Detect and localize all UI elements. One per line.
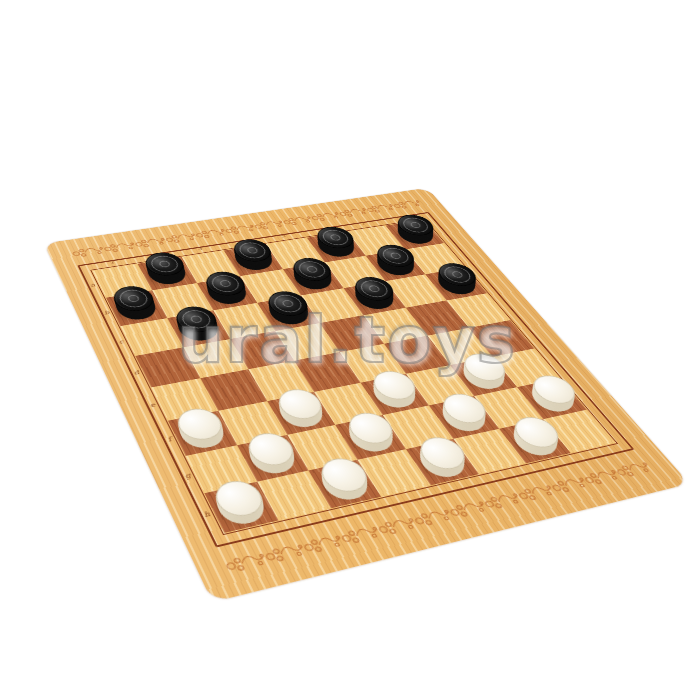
product-photo-background: { "game": "checkers", "scene": "product …: [0, 0, 700, 700]
side-label: c: [115, 339, 127, 346]
checkers-board: abcdefgh12345678: [92, 110, 590, 598]
white-piece: [524, 381, 580, 415]
side-label: g: [181, 472, 195, 481]
side-label: d: [130, 369, 142, 376]
white-piece: [456, 360, 511, 393]
side-label: e: [146, 401, 159, 409]
white-piece: [175, 414, 231, 452]
white-piece: [367, 377, 422, 411]
white-piece: [413, 443, 472, 482]
white-piece: [342, 419, 399, 456]
board-3d-scene: abcdefgh12345678: [44, 188, 689, 602]
white-piece: [315, 464, 374, 505]
white-piece: [435, 400, 492, 436]
white-piece: [212, 486, 271, 529]
white-piece: [506, 423, 565, 460]
white-piece: [244, 439, 301, 478]
white-piece: [273, 395, 328, 431]
